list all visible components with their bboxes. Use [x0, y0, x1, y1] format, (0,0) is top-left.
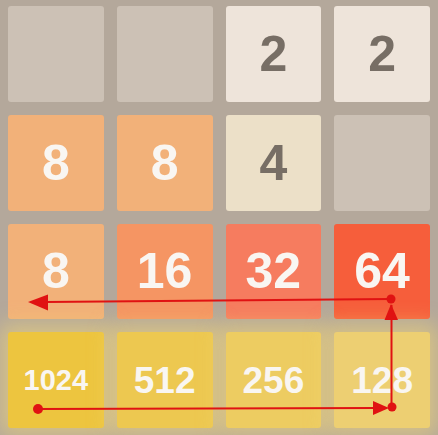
2048-board[interactable]: 2288481632641024512256128: [0, 0, 438, 435]
tile-8: 8: [8, 115, 104, 211]
tile-8: 8: [8, 224, 104, 320]
tile-4: 4: [226, 115, 322, 211]
empty-cell: [8, 6, 104, 102]
tile-32: 32: [226, 224, 322, 320]
tile-128: 128: [334, 332, 430, 428]
tile-64: 64: [334, 224, 430, 320]
tile-256: 256: [226, 332, 322, 428]
tile-2: 2: [334, 6, 430, 102]
empty-cell: [117, 6, 213, 102]
tile-8: 8: [117, 115, 213, 211]
board-grid[interactable]: 2288481632641024512256128: [0, 0, 438, 435]
tile-1024: 1024: [8, 332, 104, 428]
tile-512: 512: [117, 332, 213, 428]
empty-cell: [334, 115, 430, 211]
tile-2: 2: [226, 6, 322, 102]
tile-16: 16: [117, 224, 213, 320]
